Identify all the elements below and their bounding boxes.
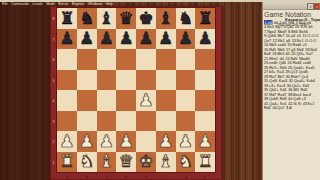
square-c5[interactable] (97, 70, 117, 91)
square-g7[interactable]: ♟ (176, 29, 196, 50)
square-a3[interactable] (57, 111, 77, 132)
game-event-subheader: Wijk aan Zee 1999 (263, 15, 320, 19)
white-pawn-h2[interactable]: ♟ (198, 132, 213, 149)
square-h6[interactable] (195, 49, 215, 70)
black-pawn-b7[interactable]: ♟ (79, 30, 94, 47)
file-label-g: g (176, 173, 196, 180)
square-c8[interactable]: ♝ (97, 8, 117, 29)
white-queen-d1[interactable]: ♛ (119, 153, 134, 170)
file-label-e: e (136, 173, 156, 180)
black-pawn-c7[interactable]: ♟ (99, 30, 114, 47)
black-bishop-c8[interactable]: ♝ (99, 9, 114, 26)
menu-item-levels[interactable]: Levels (33, 2, 43, 6)
black-pawn-a7[interactable]: ♟ (59, 30, 74, 47)
file-label-b: b (77, 173, 97, 180)
white-rook-h1[interactable]: ♜ (198, 153, 213, 170)
square-f3[interactable] (156, 111, 176, 132)
white-pawn-c2[interactable]: ♟ (99, 132, 114, 149)
square-e4[interactable]: ♟ (136, 90, 156, 111)
menu-item-commands[interactable]: Commands (11, 2, 29, 6)
square-e7[interactable]: ♟ (136, 29, 156, 50)
square-b4[interactable] (77, 90, 97, 111)
white-knight-b1[interactable]: ♞ (79, 153, 94, 170)
file-label-c: c (97, 173, 117, 180)
square-b3[interactable] (77, 111, 97, 132)
board-frame: 87654321 ♜♞♝♛♚♝♞♜♟♟♟♟♟♟♟♟♟♟♟♟♟♟♟♟♜♞♝♛♚♝♞… (50, 6, 222, 180)
square-f5[interactable] (156, 70, 176, 91)
square-b6[interactable] (77, 49, 97, 70)
game-result[interactable]: 1-0 (286, 106, 291, 111)
square-e6[interactable] (136, 49, 156, 70)
notation-titlebar[interactable]: Game Notation ▾ × (263, 2, 320, 10)
square-d1[interactable]: ♛ (116, 152, 136, 173)
black-pawn-g7[interactable]: ♟ (178, 30, 193, 47)
move-token[interactable]: b5 (308, 25, 312, 30)
square-g3[interactable] (176, 111, 196, 132)
square-d3[interactable] (116, 111, 136, 132)
square-c4[interactable] (97, 90, 117, 111)
square-d6[interactable] (116, 49, 136, 70)
square-a4[interactable] (57, 90, 77, 111)
square-a1[interactable]: ♜ (57, 152, 77, 173)
menu-item-extras[interactable]: Extras (58, 2, 68, 6)
square-h7[interactable]: ♟ (195, 29, 215, 50)
square-h4[interactable] (195, 90, 215, 111)
rank-label-1: 1 (50, 152, 57, 173)
white-rook-a1[interactable]: ♜ (59, 153, 74, 170)
black-knight-b8[interactable]: ♞ (79, 9, 94, 26)
square-a6[interactable] (57, 49, 77, 70)
white-pawn-e4[interactable]: ♟ (138, 91, 153, 108)
square-c6[interactable] (97, 49, 117, 70)
square-h2[interactable]: ♟ (195, 131, 215, 152)
rank-label-6: 6 (50, 49, 57, 70)
white-pawn-d2[interactable]: ♟ (119, 132, 134, 149)
white-pawn-f2[interactable]: ♟ (158, 132, 173, 149)
white-pawn-a2[interactable]: ♟ (59, 132, 74, 149)
white-pawn-b2[interactable]: ♟ (79, 132, 94, 149)
square-a5[interactable] (57, 70, 77, 91)
move-token[interactable]: 43.Kc1 (303, 101, 315, 106)
chess-board[interactable]: ♜♞♝♛♚♝♞♜♟♟♟♟♟♟♟♟♟♟♟♟♟♟♟♟♜♞♝♛♚♝♞♜ (57, 8, 215, 172)
square-g8[interactable]: ♞ (176, 8, 196, 29)
menu-item-engines[interactable]: Engines (72, 2, 85, 6)
square-d5[interactable] (116, 70, 136, 91)
square-b2[interactable]: ♟ (77, 131, 97, 152)
rank-label-3: 3 (50, 111, 57, 132)
rank-label-7: 7 (50, 29, 57, 50)
chess-app-window: FileCommandsLevelsModeExtrasEnginesWindo… (0, 0, 320, 180)
black-pawn-f7[interactable]: ♟ (158, 30, 173, 47)
square-c2[interactable]: ♟ (97, 131, 117, 152)
rank-labels: 87654321 (50, 8, 57, 172)
black-queen-d8[interactable]: ♛ (119, 9, 134, 26)
close-icon[interactable]: × (313, 3, 320, 10)
file-labels: abcdefgh (57, 173, 215, 180)
square-b7[interactable]: ♟ (77, 29, 97, 50)
rank-label-2: 2 (50, 131, 57, 152)
notation-window: Game Notation ▾ × Kasparov,G - Topalov,V… (262, 0, 320, 180)
square-f4[interactable] (156, 90, 176, 111)
white-bishop-f1[interactable]: ♝ (158, 153, 173, 170)
black-pawn-e7[interactable]: ♟ (138, 30, 153, 47)
square-d4[interactable] (116, 90, 136, 111)
square-a7[interactable]: ♟ (57, 29, 77, 50)
square-f1[interactable]: ♝ (156, 152, 176, 173)
square-g4[interactable] (176, 90, 196, 111)
square-g1[interactable]: ♞ (176, 152, 196, 173)
file-label-a: a (57, 173, 77, 180)
square-c1[interactable]: ♝ (97, 152, 117, 173)
square-f8[interactable]: ♝ (156, 8, 176, 29)
square-e2[interactable] (136, 131, 156, 152)
black-bishop-f8[interactable]: ♝ (158, 9, 173, 26)
square-b1[interactable]: ♞ (77, 152, 97, 173)
file-label-d: d (116, 173, 136, 180)
square-g6[interactable] (176, 49, 196, 70)
square-c3[interactable] (97, 111, 117, 132)
move-token[interactable]: O-O-O (305, 38, 316, 43)
square-h5[interactable] (195, 70, 215, 91)
black-rook-a8[interactable]: ♜ (59, 9, 74, 26)
black-rook-h8[interactable]: ♜ (198, 9, 213, 26)
menu-item-windows[interactable]: Windows (88, 2, 102, 6)
move-token[interactable]: Rd2 (264, 106, 271, 111)
white-knight-g1[interactable]: ♞ (178, 153, 193, 170)
square-a8[interactable]: ♜ (57, 8, 77, 29)
menu-item-mode[interactable]: Mode (46, 2, 55, 6)
black-pawn-d7[interactable]: ♟ (119, 30, 134, 47)
square-f2[interactable]: ♟ (156, 131, 176, 152)
square-h8[interactable]: ♜ (195, 8, 215, 29)
black-pawn-h7[interactable]: ♟ (198, 30, 213, 47)
square-e3[interactable] (136, 111, 156, 132)
menu-item-help[interactable]: Help (106, 2, 113, 6)
white-king-e1[interactable]: ♚ (138, 153, 153, 170)
black-king-e8[interactable]: ♚ (138, 9, 153, 26)
file-label-f: f (156, 173, 176, 180)
rank-label-4: 4 (50, 90, 57, 111)
square-e8[interactable]: ♚ (136, 8, 156, 29)
square-b5[interactable] (77, 70, 97, 91)
square-a2[interactable]: ♟ (57, 131, 77, 152)
square-f6[interactable] (156, 49, 176, 70)
square-d2[interactable]: ♟ (116, 131, 136, 152)
move-token[interactable]: f5 (298, 101, 301, 106)
square-e5[interactable] (136, 70, 156, 91)
square-f7[interactable]: ♟ (156, 29, 176, 50)
white-pawn-g2[interactable]: ♟ (178, 132, 193, 149)
square-h1[interactable]: ♜ (195, 152, 215, 173)
square-b8[interactable]: ♞ (77, 8, 97, 29)
file-label-h: h (195, 173, 215, 180)
rank-label-5: 5 (50, 70, 57, 91)
menu-item-file[interactable]: File (2, 2, 8, 6)
square-h3[interactable] (195, 111, 215, 132)
white-bishop-c1[interactable]: ♝ (99, 153, 114, 170)
square-g5[interactable] (176, 70, 196, 91)
square-d7[interactable]: ♟ (116, 29, 136, 50)
square-d8[interactable]: ♛ (116, 8, 136, 29)
square-e1[interactable]: ♚ (136, 152, 156, 173)
titlebar-edge (0, 0, 320, 2)
square-c7[interactable]: ♟ (97, 29, 117, 50)
square-g2[interactable]: ♟ (176, 131, 196, 152)
move-list[interactable]: 1.e4d62.d4Nf63.Nc3g64.Be3Bg75.Qd2c66.f3b… (264, 20, 320, 128)
move-token[interactable]: 44.Qa7 (272, 106, 284, 111)
black-knight-g8[interactable]: ♞ (178, 9, 193, 26)
rank-label-8: 8 (50, 8, 57, 29)
menu-bar: FileCommandsLevelsModeExtrasEnginesWindo… (2, 2, 224, 7)
